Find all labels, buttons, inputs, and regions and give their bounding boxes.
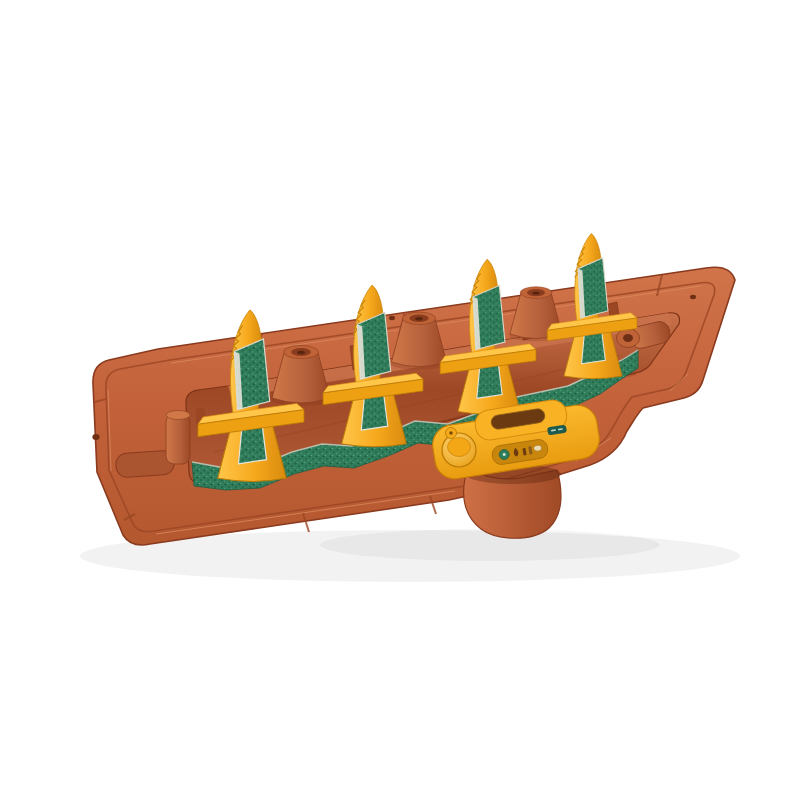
windowbox-watering-kit-illustration — [0, 0, 800, 800]
product-photo — [0, 0, 800, 800]
